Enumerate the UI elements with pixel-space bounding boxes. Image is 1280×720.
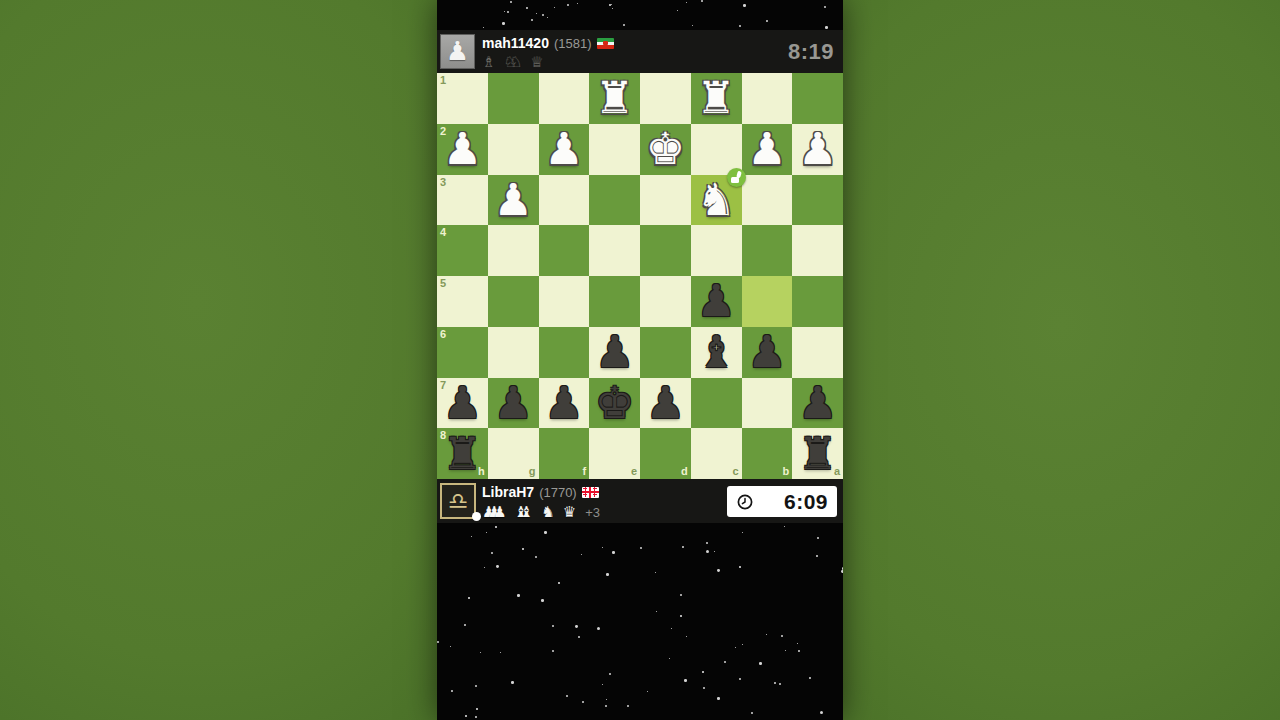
clock-icon	[736, 493, 754, 511]
rank-label-3: 3	[440, 177, 446, 188]
opponent-captured-pieces: ♗♘♘♕	[482, 53, 544, 70]
captured-queen-icon: ♕	[530, 54, 543, 70]
captured-knight-icon: ♞	[541, 504, 554, 520]
rank-label-5: 5	[440, 278, 446, 289]
best-move-thumbs-up-badge	[727, 168, 746, 187]
starfield-bottom	[437, 523, 843, 720]
square-f8[interactable]: f	[539, 428, 590, 479]
rank-label-1: 1	[440, 75, 446, 86]
square-e8[interactable]: e	[589, 428, 640, 479]
player-name-row: LibraH7 (1770)	[482, 484, 599, 500]
opponent-name-row: mah11420 (1581)	[482, 35, 614, 51]
black-rook-h8[interactable]: ♜	[437, 428, 488, 479]
captured-bishop-icon: ♝	[520, 504, 533, 520]
player-name: LibraH7	[482, 484, 534, 500]
black-rook-a8[interactable]: ♜	[792, 428, 843, 479]
square-a5[interactable]	[792, 276, 843, 327]
captured-knight-icon: ♘	[509, 54, 522, 70]
white-pawn-h2[interactable]: ♟	[437, 124, 488, 175]
square-c8[interactable]: c	[691, 428, 742, 479]
file-label-e: e	[631, 466, 637, 477]
large-star-dot	[472, 512, 481, 521]
square-f4[interactable]	[539, 225, 590, 276]
black-pawn-c5[interactable]: ♟	[691, 276, 742, 327]
square-g4[interactable]	[488, 225, 539, 276]
square-b1[interactable]	[742, 73, 793, 124]
opponent-clock: 8:19	[788, 39, 834, 65]
black-pawn-d7[interactable]: ♟	[640, 378, 691, 429]
georgia-flag-icon	[582, 487, 599, 498]
square-a1[interactable]	[792, 73, 843, 124]
rank-label-6: 6	[440, 329, 446, 340]
screenshot-root: { "game": "chess", "position": { "fen": …	[0, 0, 1280, 720]
captured-group-queen: ♕	[530, 54, 543, 70]
black-pawn-e6[interactable]: ♟	[589, 327, 640, 378]
square-b8[interactable]: b	[742, 428, 793, 479]
black-bishop-c6[interactable]: ♝	[691, 327, 742, 378]
square-c2[interactable]	[691, 124, 742, 175]
opponent-name: mah11420	[482, 35, 549, 51]
square-f6[interactable]	[539, 327, 590, 378]
opponent-avatar[interactable]: ♟	[440, 34, 475, 69]
opponent-player-bar: ♟ mah11420 (1581) ♗♘♘♕ 8:19	[437, 30, 843, 73]
square-h1[interactable]: 1	[437, 73, 488, 124]
white-pawn-b2[interactable]: ♟	[742, 124, 793, 175]
captured-bishop-icon: ♗	[482, 54, 495, 70]
square-c7[interactable]	[691, 378, 742, 429]
captured-group-bishop: ♗	[482, 54, 495, 70]
libra-avatar-icon: ♎	[448, 488, 469, 514]
captured-group-knight: ♞	[541, 504, 554, 520]
captured-group-pawn: ♟♟♟	[482, 504, 506, 520]
file-label-b: b	[783, 466, 790, 477]
square-g1[interactable]	[488, 73, 539, 124]
square-f3[interactable]	[539, 175, 590, 226]
square-g5[interactable]	[488, 276, 539, 327]
player-captured-pieces: ♟♟♟♝♝♞♛+3	[482, 503, 600, 520]
black-pawn-b6[interactable]: ♟	[742, 327, 793, 378]
square-d5[interactable]	[640, 276, 691, 327]
square-f5[interactable]	[539, 276, 590, 327]
player-bar: ♎ LibraH7 (1770) ♟♟♟♝♝♞♛+3 6:09	[437, 479, 843, 523]
captured-group-bishop: ♝♝	[514, 504, 533, 520]
app-video-column: ♟ mah11420 (1581) ♗♘♘♕ 8:19 12345678hgfe…	[437, 0, 843, 720]
file-label-c: c	[732, 466, 738, 477]
black-king-e7[interactable]: ♚	[589, 378, 640, 429]
square-h4[interactable]: 4	[437, 225, 488, 276]
square-c4[interactable]	[691, 225, 742, 276]
white-pawn-f2[interactable]: ♟	[539, 124, 590, 175]
white-rook-e1[interactable]: ♜	[589, 73, 640, 124]
square-d1[interactable]	[640, 73, 691, 124]
square-d3[interactable]	[640, 175, 691, 226]
white-pawn-a2[interactable]: ♟	[792, 124, 843, 175]
square-b3[interactable]	[742, 175, 793, 226]
captured-pawn-icon: ♟	[493, 504, 506, 520]
black-pawn-a7[interactable]: ♟	[792, 378, 843, 429]
starfield-top	[437, 0, 843, 30]
square-f1[interactable]	[539, 73, 590, 124]
captured-group-queen: ♛	[563, 504, 576, 520]
square-h5[interactable]: 5	[437, 276, 488, 327]
file-label-d: d	[681, 466, 688, 477]
square-b7[interactable]	[742, 378, 793, 429]
square-a3[interactable]	[792, 175, 843, 226]
square-g2[interactable]	[488, 124, 539, 175]
black-pawn-f7[interactable]: ♟	[539, 378, 590, 429]
white-king-d2[interactable]: ♚	[640, 124, 691, 175]
black-pawn-h7[interactable]: ♟	[437, 378, 488, 429]
square-a6[interactable]	[792, 327, 843, 378]
captured-queen-icon: ♛	[563, 504, 576, 520]
white-pawn-avatar-icon: ♟	[446, 34, 469, 69]
square-e2[interactable]	[589, 124, 640, 175]
player-clock-box: 6:09	[727, 486, 837, 517]
player-clock: 6:09	[784, 490, 828, 514]
square-h6[interactable]: 6	[437, 327, 488, 378]
square-g6[interactable]	[488, 327, 539, 378]
square-d4[interactable]	[640, 225, 691, 276]
iran-flag-icon	[597, 38, 614, 49]
white-rook-c1[interactable]: ♜	[691, 73, 742, 124]
square-b5[interactable]	[742, 276, 793, 327]
square-e4[interactable]	[589, 225, 640, 276]
blurred-background-right	[843, 0, 1280, 720]
square-h3[interactable]: 3	[437, 175, 488, 226]
square-d6[interactable]	[640, 327, 691, 378]
square-e5[interactable]	[589, 276, 640, 327]
file-label-g: g	[529, 466, 536, 477]
blurred-background-left	[0, 0, 437, 720]
iran-emblem-icon	[603, 41, 608, 45]
square-b4[interactable]	[742, 225, 793, 276]
chess-board: 12345678hgfedcba♜♜♟♟♚♟♟♟♞♟♟♝♟♟♟♚♟♟♟♜♜	[437, 73, 843, 479]
square-e3[interactable]	[589, 175, 640, 226]
rank-label-4: 4	[440, 227, 446, 238]
player-avatar[interactable]: ♎	[440, 483, 476, 519]
square-a4[interactable]	[792, 225, 843, 276]
square-d8[interactable]: d	[640, 428, 691, 479]
black-pawn-g7[interactable]: ♟	[488, 378, 539, 429]
white-pawn-g3[interactable]: ♟	[488, 175, 539, 226]
file-label-f: f	[583, 466, 587, 477]
square-g8[interactable]: g	[488, 428, 539, 479]
player-rating: (1770)	[539, 485, 577, 500]
opponent-rating: (1581)	[554, 36, 592, 51]
material-advantage: +3	[585, 505, 600, 520]
captured-group-knight: ♘♘	[503, 54, 522, 70]
